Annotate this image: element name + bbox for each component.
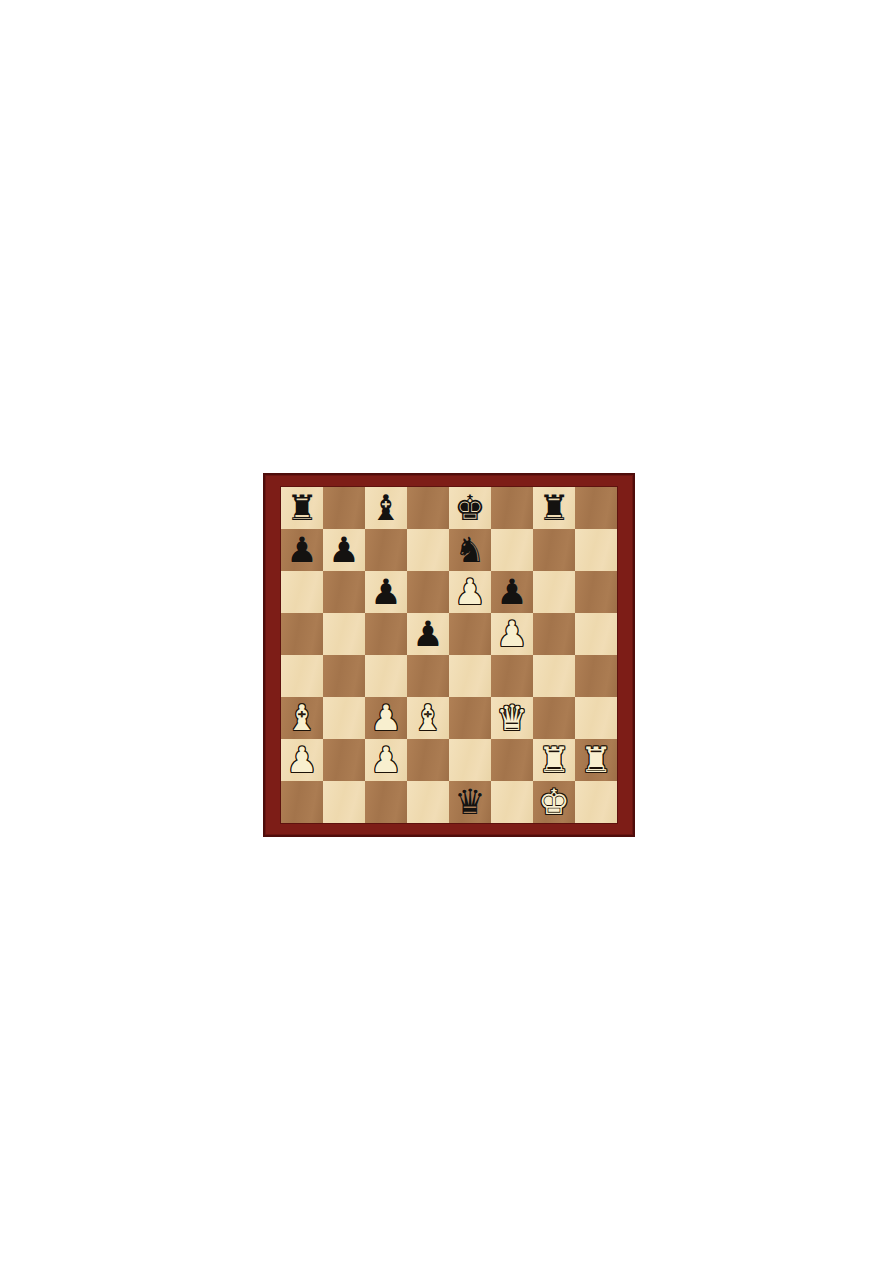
square-c4[interactable] <box>365 655 407 697</box>
piece-black-pawn-c6: ♟ <box>370 571 401 613</box>
square-b1[interactable] <box>323 781 365 823</box>
square-h2[interactable]: ♜ <box>575 739 617 781</box>
piece-black-rook-g8: ♜ <box>538 487 569 529</box>
piece-black-king-e8: ♚ <box>454 487 485 529</box>
square-h3[interactable] <box>575 697 617 739</box>
square-d5[interactable]: ♟ <box>407 613 449 655</box>
square-e6[interactable]: ♟ <box>449 571 491 613</box>
piece-white-pawn-c3: ♟ <box>370 697 401 739</box>
square-f5[interactable]: ♟ <box>491 613 533 655</box>
piece-white-pawn-c2: ♟ <box>370 739 401 781</box>
square-d3[interactable]: ♝ <box>407 697 449 739</box>
square-c5[interactable] <box>365 613 407 655</box>
square-e2[interactable] <box>449 739 491 781</box>
square-g7[interactable] <box>533 529 575 571</box>
piece-white-pawn-e6: ♟ <box>454 571 485 613</box>
piece-white-pawn-a2: ♟ <box>286 739 317 781</box>
square-d7[interactable] <box>407 529 449 571</box>
square-f7[interactable] <box>491 529 533 571</box>
square-a4[interactable] <box>281 655 323 697</box>
square-g5[interactable] <box>533 613 575 655</box>
square-b8[interactable] <box>323 487 365 529</box>
square-a7[interactable]: ♟ <box>281 529 323 571</box>
square-b5[interactable] <box>323 613 365 655</box>
square-g1[interactable]: ♚ <box>533 781 575 823</box>
square-b4[interactable] <box>323 655 365 697</box>
square-f3[interactable]: ♛ <box>491 697 533 739</box>
square-c1[interactable] <box>365 781 407 823</box>
square-h1[interactable] <box>575 781 617 823</box>
square-g2[interactable]: ♜ <box>533 739 575 781</box>
square-d4[interactable] <box>407 655 449 697</box>
square-d8[interactable] <box>407 487 449 529</box>
square-e3[interactable] <box>449 697 491 739</box>
square-h6[interactable] <box>575 571 617 613</box>
piece-white-pawn-f5: ♟ <box>496 613 527 655</box>
piece-black-pawn-f6: ♟ <box>496 571 527 613</box>
square-f6[interactable]: ♟ <box>491 571 533 613</box>
chessboard-frame: ♜♝♚♜♟♟♞♟♟♟♟♟♝♟♝♛♟♟♜♜♛♚ <box>263 473 635 837</box>
square-g6[interactable] <box>533 571 575 613</box>
square-f2[interactable] <box>491 739 533 781</box>
square-e5[interactable] <box>449 613 491 655</box>
square-c8[interactable]: ♝ <box>365 487 407 529</box>
square-h4[interactable] <box>575 655 617 697</box>
square-b3[interactable] <box>323 697 365 739</box>
square-c6[interactable]: ♟ <box>365 571 407 613</box>
square-b2[interactable] <box>323 739 365 781</box>
square-e1[interactable]: ♛ <box>449 781 491 823</box>
piece-white-rook-g2: ♜ <box>538 739 569 781</box>
square-d6[interactable] <box>407 571 449 613</box>
piece-black-pawn-b7: ♟ <box>328 529 359 571</box>
piece-black-queen-e1: ♛ <box>454 781 485 823</box>
square-e4[interactable] <box>449 655 491 697</box>
piece-black-bishop-c8: ♝ <box>370 487 401 529</box>
piece-black-knight-e7: ♞ <box>454 529 485 571</box>
square-h5[interactable] <box>575 613 617 655</box>
square-a2[interactable]: ♟ <box>281 739 323 781</box>
square-b6[interactable] <box>323 571 365 613</box>
square-h7[interactable] <box>575 529 617 571</box>
square-b7[interactable]: ♟ <box>323 529 365 571</box>
square-g4[interactable] <box>533 655 575 697</box>
square-g8[interactable]: ♜ <box>533 487 575 529</box>
square-e8[interactable]: ♚ <box>449 487 491 529</box>
square-d2[interactable] <box>407 739 449 781</box>
square-a6[interactable] <box>281 571 323 613</box>
piece-black-rook-a8: ♜ <box>286 487 317 529</box>
piece-black-pawn-a7: ♟ <box>286 529 317 571</box>
piece-white-bishop-d3: ♝ <box>412 697 443 739</box>
square-g3[interactable] <box>533 697 575 739</box>
chessboard: ♜♝♚♜♟♟♞♟♟♟♟♟♝♟♝♛♟♟♜♜♛♚ <box>281 487 617 823</box>
piece-white-queen-f3: ♛ <box>496 697 527 739</box>
square-f8[interactable] <box>491 487 533 529</box>
square-a1[interactable] <box>281 781 323 823</box>
square-c3[interactable]: ♟ <box>365 697 407 739</box>
square-e7[interactable]: ♞ <box>449 529 491 571</box>
square-d1[interactable] <box>407 781 449 823</box>
square-c2[interactable]: ♟ <box>365 739 407 781</box>
square-f4[interactable] <box>491 655 533 697</box>
square-h8[interactable] <box>575 487 617 529</box>
piece-white-bishop-a3: ♝ <box>286 697 317 739</box>
piece-white-rook-h2: ♜ <box>580 739 611 781</box>
piece-black-pawn-d5: ♟ <box>412 613 443 655</box>
square-a8[interactable]: ♜ <box>281 487 323 529</box>
square-f1[interactable] <box>491 781 533 823</box>
square-c7[interactable] <box>365 529 407 571</box>
piece-white-king-g1: ♚ <box>538 781 569 823</box>
square-a5[interactable] <box>281 613 323 655</box>
square-a3[interactable]: ♝ <box>281 697 323 739</box>
